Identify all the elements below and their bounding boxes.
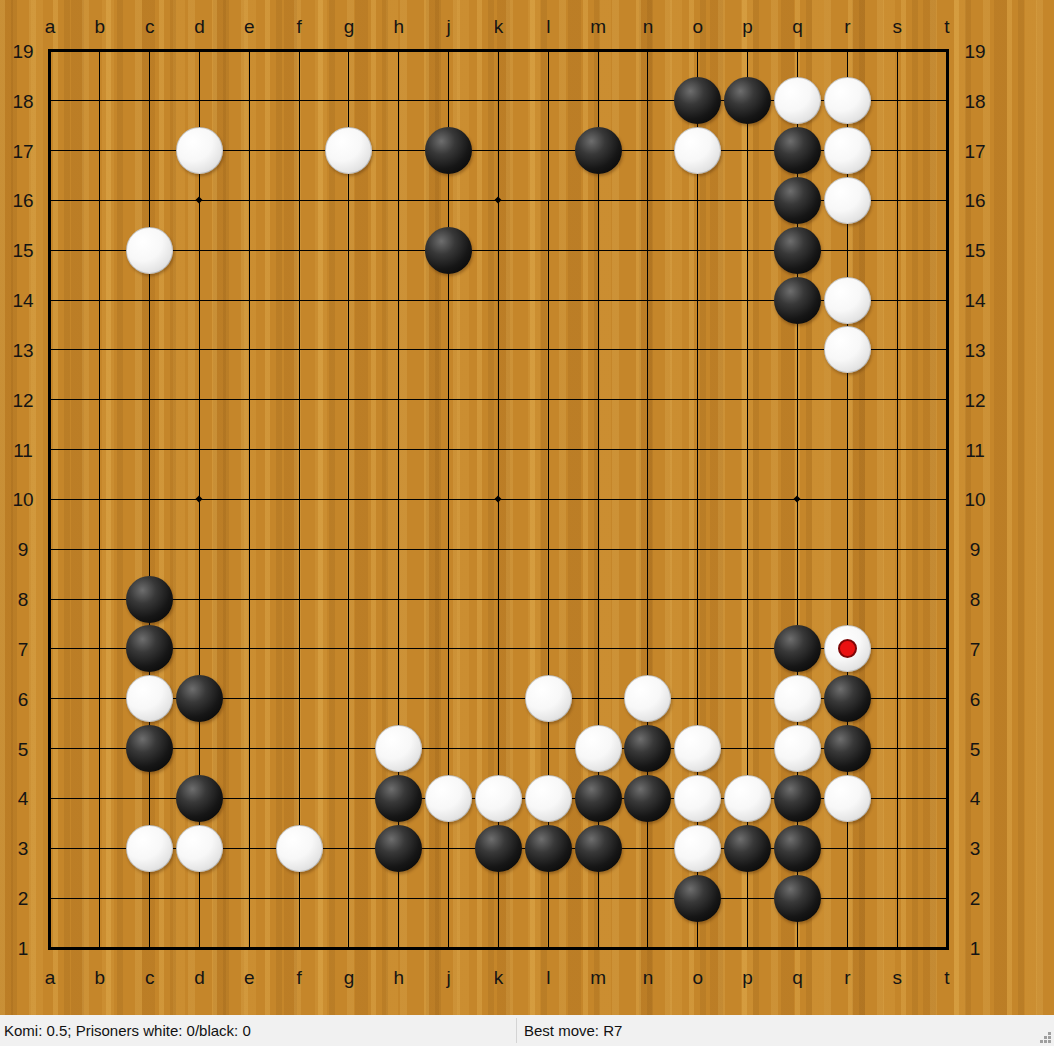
- white-stone: [126, 675, 173, 722]
- board-point-k4[interactable]: [474, 774, 524, 824]
- black-stone: [774, 625, 821, 672]
- board-point-c5[interactable]: [125, 724, 175, 774]
- black-stone: [525, 825, 572, 872]
- board-point-q14[interactable]: [773, 275, 823, 325]
- board-point-o17[interactable]: [673, 126, 723, 176]
- board-point-q5[interactable]: [773, 724, 823, 774]
- black-stone: [126, 725, 173, 772]
- board-point-m5[interactable]: [573, 724, 623, 774]
- board-point-q16[interactable]: [773, 176, 823, 226]
- board-point-p3[interactable]: [723, 823, 773, 873]
- white-stone: [674, 825, 721, 872]
- white-stone: [824, 326, 871, 373]
- white-stone: [475, 775, 522, 822]
- board-point-l3[interactable]: [523, 823, 573, 873]
- black-stone: [774, 875, 821, 922]
- board-point-r16[interactable]: [822, 176, 872, 226]
- board-point-h3[interactable]: [374, 823, 424, 873]
- board-point-h4[interactable]: [374, 774, 424, 824]
- black-stone: [425, 127, 472, 174]
- white-stone: [126, 227, 173, 274]
- black-stone: [575, 127, 622, 174]
- white-stone: [774, 675, 821, 722]
- board-point-q4[interactable]: [773, 774, 823, 824]
- white-stone: [674, 725, 721, 772]
- white-stone: [674, 127, 721, 174]
- board-point-d4[interactable]: [175, 774, 225, 824]
- white-stone: [425, 775, 472, 822]
- black-stone: [724, 77, 771, 124]
- black-stone: [475, 825, 522, 872]
- black-stone: [724, 825, 771, 872]
- white-stone: [375, 725, 422, 772]
- black-stone: [774, 775, 821, 822]
- board-point-l6[interactable]: [523, 674, 573, 724]
- board-point-r6[interactable]: [822, 674, 872, 724]
- black-stone: [674, 77, 721, 124]
- board-point-c15[interactable]: [125, 225, 175, 275]
- black-stone: [774, 127, 821, 174]
- board-point-m3[interactable]: [573, 823, 623, 873]
- status-komi-prisoners: Komi: 0.5; Prisoners white: 0/black: 0: [4, 1015, 251, 1046]
- board-point-r7[interactable]: [822, 624, 872, 674]
- status-separator: [516, 1018, 517, 1043]
- black-stone: [575, 825, 622, 872]
- board-point-r13[interactable]: [822, 325, 872, 375]
- white-stone: [176, 127, 223, 174]
- status-bar: Komi: 0.5; Prisoners white: 0/black: 0 B…: [0, 1015, 1054, 1046]
- board-point-q7[interactable]: [773, 624, 823, 674]
- board-point-j17[interactable]: [424, 126, 474, 176]
- board-point-r5[interactable]: [822, 724, 872, 774]
- board-point-q3[interactable]: [773, 823, 823, 873]
- black-stone: [425, 227, 472, 274]
- black-stone: [774, 277, 821, 324]
- board-point-f3[interactable]: [274, 823, 324, 873]
- white-stone: [176, 825, 223, 872]
- board-point-j15[interactable]: [424, 225, 474, 275]
- go-board[interactable]: aabbccddeeffgghhjjkkllmmnnooppqqrrsstt19…: [0, 0, 1054, 1015]
- board-point-o2[interactable]: [673, 873, 723, 923]
- board-point-r17[interactable]: [822, 126, 872, 176]
- white-stone: [525, 775, 572, 822]
- black-stone: [624, 775, 671, 822]
- board-point-o18[interactable]: [673, 76, 723, 126]
- board-point-o5[interactable]: [673, 724, 723, 774]
- resize-grip-icon[interactable]: [1039, 1031, 1052, 1044]
- status-best-move: Best move: R7: [524, 1015, 622, 1046]
- black-stone: [575, 775, 622, 822]
- board-point-d3[interactable]: [175, 823, 225, 873]
- black-stone: [176, 775, 223, 822]
- stone-grid[interactable]: [25, 26, 972, 973]
- white-stone: [824, 277, 871, 324]
- board-point-k3[interactable]: [474, 823, 524, 873]
- white-stone: [774, 725, 821, 772]
- board-point-q18[interactable]: [773, 76, 823, 126]
- white-stone: [525, 675, 572, 722]
- board-point-h5[interactable]: [374, 724, 424, 774]
- white-stone: [575, 725, 622, 772]
- board-point-q17[interactable]: [773, 126, 823, 176]
- board-point-m4[interactable]: [573, 774, 623, 824]
- white-stone: [824, 127, 871, 174]
- black-stone: [176, 675, 223, 722]
- board-point-c3[interactable]: [125, 823, 175, 873]
- board-point-n6[interactable]: [623, 674, 673, 724]
- board-point-q15[interactable]: [773, 225, 823, 275]
- white-stone: [824, 177, 871, 224]
- board-point-c6[interactable]: [125, 674, 175, 724]
- black-stone: [375, 825, 422, 872]
- board-point-d17[interactable]: [175, 126, 225, 176]
- white-stone: [674, 775, 721, 822]
- board-point-c7[interactable]: [125, 624, 175, 674]
- black-stone: [824, 675, 871, 722]
- board-point-g17[interactable]: [324, 126, 374, 176]
- board-point-n4[interactable]: [623, 774, 673, 824]
- board-point-m17[interactable]: [573, 126, 623, 176]
- board-point-d6[interactable]: [175, 674, 225, 724]
- black-stone: [126, 625, 173, 672]
- white-stone: [126, 825, 173, 872]
- board-point-o3[interactable]: [673, 823, 723, 873]
- board-point-p18[interactable]: [723, 76, 773, 126]
- white-stone: [624, 675, 671, 722]
- board-point-q6[interactable]: [773, 674, 823, 724]
- board-point-c8[interactable]: [125, 574, 175, 624]
- white-stone: [824, 77, 871, 124]
- board-point-r18[interactable]: [822, 76, 872, 126]
- white-stone: [325, 127, 372, 174]
- white-stone: [724, 775, 771, 822]
- board-point-r4[interactable]: [822, 774, 872, 824]
- black-stone: [375, 775, 422, 822]
- board-point-n5[interactable]: [623, 724, 673, 774]
- white-stone: [824, 625, 871, 672]
- white-stone: [774, 77, 821, 124]
- black-stone: [774, 177, 821, 224]
- last-move-marker: [838, 639, 857, 658]
- white-stone: [824, 775, 871, 822]
- board-point-o4[interactable]: [673, 774, 723, 824]
- board-point-q2[interactable]: [773, 873, 823, 923]
- black-stone: [674, 875, 721, 922]
- black-stone: [774, 227, 821, 274]
- black-stone: [126, 576, 173, 623]
- board-point-l4[interactable]: [523, 774, 573, 824]
- board-point-r14[interactable]: [822, 275, 872, 325]
- black-stone: [624, 725, 671, 772]
- white-stone: [276, 825, 323, 872]
- black-stone: [774, 825, 821, 872]
- board-point-p4[interactable]: [723, 774, 773, 824]
- black-stone: [824, 725, 871, 772]
- board-point-j4[interactable]: [424, 774, 474, 824]
